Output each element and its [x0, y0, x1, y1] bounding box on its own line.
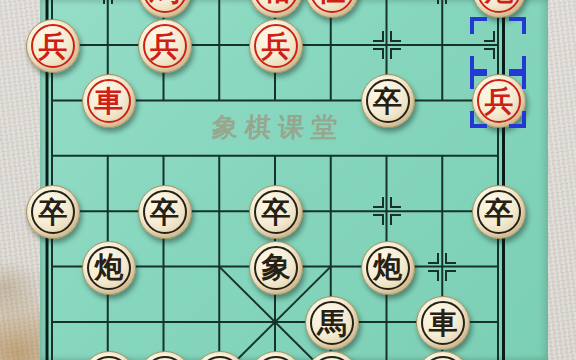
piece-character: 象: [250, 242, 302, 294]
piece-character: 兵: [139, 20, 191, 72]
last-move-marker-from: [470, 17, 526, 73]
corner-mark: [390, 197, 401, 208]
piece-character: 仕: [306, 0, 358, 17]
corner-mark: [509, 72, 526, 89]
piece-black-卒[interactable]: 卒: [472, 185, 526, 239]
piece-red-兵[interactable]: 兵: [26, 19, 80, 73]
piece-character: 馬: [83, 352, 135, 360]
piece-character: 炮: [83, 242, 135, 294]
piece-black-卒[interactable]: 卒: [26, 185, 80, 239]
piece-character: 士: [194, 352, 246, 360]
corner-mark: [470, 72, 487, 89]
piece-black-士-partial[interactable]: 士: [305, 351, 359, 360]
corner-mark: [509, 111, 526, 128]
piece-character: 象: [139, 352, 191, 360]
piece-red-車[interactable]: 車: [82, 74, 136, 128]
corner-mark: [445, 0, 456, 4]
video-frame: 象棋课堂 馬相仕炮兵兵兵車兵卒卒卒卒卒炮象炮馬車馬象士将士車: [0, 0, 576, 360]
corner-mark: [428, 0, 439, 4]
corner-mark: [373, 214, 384, 225]
piece-character: 将: [250, 352, 302, 360]
piece-red-相-partial[interactable]: 相: [249, 0, 303, 18]
piece-character: 相: [250, 0, 302, 17]
corner-mark: [390, 214, 401, 225]
piece-red-兵[interactable]: 兵: [138, 19, 192, 73]
watermark: 象棋课堂: [211, 110, 345, 145]
piece-black-炮[interactable]: 炮: [82, 241, 136, 295]
piece-character: 兵: [250, 20, 302, 72]
corner-mark: [470, 17, 487, 34]
piece-character: 卒: [250, 186, 302, 238]
piece-black-馬[interactable]: 馬: [305, 296, 359, 350]
piece-black-卒[interactable]: 卒: [138, 185, 192, 239]
piece-character: 車: [83, 75, 135, 127]
piece-black-士-partial[interactable]: 士: [193, 351, 247, 360]
corner-mark: [509, 56, 526, 73]
piece-character: 車: [417, 352, 469, 360]
piece-character: 士: [306, 352, 358, 360]
piece-character: 馬: [306, 297, 358, 349]
piece-character: 卒: [362, 75, 414, 127]
piece-character: 卒: [139, 186, 191, 238]
corner-mark: [470, 111, 487, 128]
piece-black-将-partial[interactable]: 将: [249, 351, 303, 360]
point-marker: [427, 0, 457, 5]
corner-mark: [111, 0, 122, 4]
last-move-marker-to: [470, 72, 526, 128]
piece-character: 車: [417, 297, 469, 349]
corner-mark: [428, 270, 439, 281]
corner-mark: [445, 253, 456, 264]
point-marker: [372, 30, 402, 60]
corner-mark: [94, 0, 105, 4]
corner-mark: [428, 253, 439, 264]
piece-black-卒[interactable]: 卒: [249, 185, 303, 239]
piece-character: 卒: [473, 186, 525, 238]
piece-character: 兵: [27, 20, 79, 72]
piece-character: 卒: [27, 186, 79, 238]
piece-black-卒[interactable]: 卒: [361, 74, 415, 128]
corner-mark: [373, 31, 384, 42]
piece-red-兵[interactable]: 兵: [249, 19, 303, 73]
piece-black-車-partial[interactable]: 車: [416, 351, 470, 360]
piece-black-象-partial[interactable]: 象: [138, 351, 192, 360]
point-marker: [93, 0, 123, 5]
piece-character: 馬: [139, 0, 191, 17]
piece-black-馬-partial[interactable]: 馬: [82, 351, 136, 360]
point-marker: [372, 196, 402, 226]
corner-mark: [390, 48, 401, 59]
corner-mark: [390, 31, 401, 42]
piece-black-炮[interactable]: 炮: [361, 241, 415, 295]
corner-mark: [445, 270, 456, 281]
point-marker: [427, 252, 457, 282]
piece-red-仕-partial[interactable]: 仕: [305, 0, 359, 18]
corner-mark: [373, 197, 384, 208]
piece-black-車[interactable]: 車: [416, 296, 470, 350]
piece-red-馬-partial[interactable]: 馬: [138, 0, 192, 18]
corner-mark: [470, 56, 487, 73]
piece-black-象[interactable]: 象: [249, 241, 303, 295]
corner-mark: [373, 48, 384, 59]
piece-character: 炮: [473, 0, 525, 17]
piece-red-炮-partial[interactable]: 炮: [472, 0, 526, 18]
corner-mark: [509, 17, 526, 34]
piece-character: 炮: [362, 242, 414, 294]
